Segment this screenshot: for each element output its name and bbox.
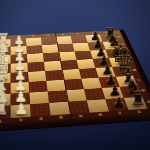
scene-background: ♜♟♟♜♞♟♟♞♝♟♟♝♚♟♟♚♛♟♟♛♝♟♟♝♞♟♟♞♜♟♟♜ 1234567… (0, 0, 150, 150)
square[interactable]: ♟ (11, 104, 31, 118)
piece-white-P[interactable]: ♟ (14, 101, 28, 116)
square[interactable]: ♟ (105, 98, 128, 111)
piece-black-R[interactable]: ♜ (129, 90, 145, 108)
square[interactable] (29, 81, 48, 93)
square[interactable] (77, 59, 96, 69)
coordinate-label: 4 (47, 34, 50, 36)
square[interactable] (30, 103, 51, 117)
photo-frame: ♜♟♟♜♞♟♟♞♝♟♟♝♚♟♟♚♛♟♟♛♝♟♟♝♞♟♟♞♜♟♟♜ 1234567… (0, 0, 150, 150)
coordinate-label: 5 (61, 34, 64, 36)
coordinate-label: 4 (59, 116, 63, 120)
square[interactable]: ♜ (0, 105, 11, 119)
piece-black-P[interactable]: ♟ (112, 95, 125, 110)
coordinate-label: A (147, 101, 150, 104)
coordinate-label: 2 (19, 119, 23, 123)
coordinate-label: 6 (98, 113, 103, 117)
chess-board: ♜♟♟♜♞♟♟♞♝♟♟♝♚♟♟♚♛♟♟♛♝♟♟♝♞♟♟♞♜♟♟♜ 1234567… (0, 30, 150, 126)
square[interactable]: ♜ (124, 97, 148, 110)
coordinate-label: 6 (76, 33, 79, 35)
board-squares: ♜♟♟♜♞♟♟♞♝♟♟♝♚♟♟♚♛♟♟♛♝♟♟♝♞♟♟♞♜♟♟♜ (0, 34, 147, 120)
coordinate-label: 3 (39, 117, 43, 121)
coordinate-label: 5 (79, 115, 83, 119)
piece-white-R[interactable]: ♜ (0, 99, 9, 118)
coordinate-label: 3 (32, 35, 35, 37)
square[interactable] (27, 62, 45, 72)
coordinate-label: 8 (137, 111, 142, 115)
coordinate-label: 7 (117, 112, 122, 116)
